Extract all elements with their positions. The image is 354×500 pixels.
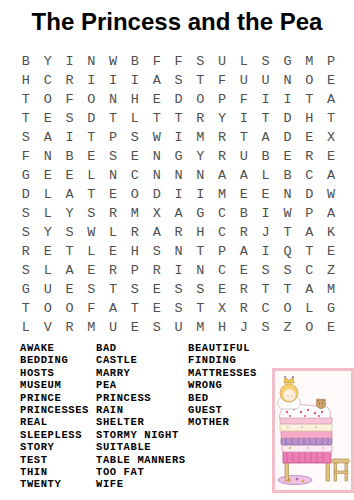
grid-cell-r5c4: T (80, 128, 102, 147)
word-list-item: STORY (20, 441, 96, 453)
rug-flower (302, 480, 305, 483)
blanket-flower (314, 412, 316, 414)
grid-cell-r11c15: E (320, 242, 342, 261)
grid-cell-r14c2: O (37, 299, 59, 318)
word-list-item: STORMY NIGHT (96, 429, 188, 441)
grid-cell-r15c10: H (211, 318, 233, 337)
grid-cell-r7c6: C (124, 166, 146, 185)
grid-cell-r13c1: G (15, 280, 37, 299)
grid-cell-r6c11: U (233, 147, 255, 166)
grid-cell-r12c2: L (37, 261, 59, 280)
grid-cell-r5c9: M (189, 128, 211, 147)
word-list-item: WIFE (96, 478, 188, 490)
grid-cell-r15c3: R (59, 318, 81, 337)
grid-cell-r10c7: A (146, 223, 168, 242)
grid-cell-r3c15: A (320, 90, 342, 109)
grid-cell-r10c1: S (15, 223, 37, 242)
stool-top (332, 459, 349, 463)
blanket-flower (321, 411, 323, 413)
grid-cell-r8c8: I (168, 185, 190, 204)
grid-cell-r5c12: A (255, 128, 277, 147)
word-list-item: MARRY (96, 367, 188, 379)
word-list-item: RAIN (96, 404, 188, 416)
grid-cell-r3c7: E (146, 90, 168, 109)
grid-cell-r10c3: S (59, 223, 81, 242)
grid-cell-r13c3: E (59, 280, 81, 299)
mattress-dot (322, 447, 324, 449)
grid-cell-r14c9: T (189, 299, 211, 318)
grid-cell-r8c10: M (211, 185, 233, 204)
grid-cell-r8c14: D (298, 185, 320, 204)
grid-cell-r7c5: N (102, 166, 124, 185)
word-list-item: BAD (96, 342, 188, 354)
grid-cell-r15c6: E (124, 318, 146, 337)
word-list-item: MUSEUM (20, 379, 96, 391)
grid-cell-r4c5: T (102, 109, 124, 128)
stool-step (335, 471, 349, 474)
grid-cell-r9c4: S (80, 204, 102, 223)
grid-cell-r9c5: R (102, 204, 124, 223)
grid-cell-r9c6: M (124, 204, 146, 223)
grid-cell-r11c5: E (102, 242, 124, 261)
grid-cell-r8c6: O (124, 185, 146, 204)
grid-cell-r13c4: S (80, 280, 102, 299)
crown-jewel (284, 376, 286, 378)
grid-cell-r13c9: S (189, 280, 211, 299)
grid-cell-r13c7: E (146, 280, 168, 299)
word-list-item: PRINCESSES (20, 404, 96, 416)
grid-cell-r14c14: L (298, 299, 320, 318)
grid-cell-r10c4: W (80, 223, 102, 242)
grid-cell-r7c9: N (189, 166, 211, 185)
rug-flower (296, 478, 299, 481)
grid-cell-r7c2: E (37, 166, 59, 185)
grid-cell-r2c12: U (255, 71, 277, 90)
teddy-eye (322, 403, 323, 404)
grid-cell-r13c6: S (124, 280, 146, 299)
grid-cell-r1c15: P (320, 52, 342, 71)
grid-cell-r2c8: S (168, 71, 190, 90)
grid-cell-r13c2: U (37, 280, 59, 299)
grid-cell-r7c10: A (211, 166, 233, 185)
grid-cell-r7c11: A (233, 166, 255, 185)
crown-jewel (292, 376, 294, 378)
grid-cell-r10c14: A (298, 223, 320, 242)
grid-cell-r2c9: T (189, 71, 211, 90)
grid-cell-r3c10: P (211, 90, 233, 109)
grid-cell-r10c11: R (233, 223, 255, 242)
grid-cell-r14c15: G (320, 299, 342, 318)
grid-cell-r11c13: Q (277, 242, 299, 261)
grid-cell-r5c2: A (37, 128, 59, 147)
grid-cell-r9c11: B (233, 204, 255, 223)
grid-cell-r2c5: I (102, 71, 124, 90)
grid-cell-r12c4: E (80, 261, 102, 280)
grid-cell-r4c9: R (189, 109, 211, 128)
grid-cell-r2c3: R (59, 71, 81, 90)
grid-cell-r5c7: W (146, 128, 168, 147)
teddy-eye (319, 403, 320, 404)
grid-cell-r15c4: M (80, 318, 102, 337)
word-list-item: AWAKE (20, 342, 96, 354)
grid-cell-r8c11: E (233, 185, 255, 204)
grid-cell-r14c10: X (211, 299, 233, 318)
grid-cell-r5c6: S (124, 128, 146, 147)
teddy-head (317, 400, 326, 409)
blanket-flower (318, 415, 320, 417)
grid-cell-r9c1: S (15, 204, 37, 223)
grid-cell-r11c3: T (59, 242, 81, 261)
grid-cell-r12c14: C (298, 261, 320, 280)
grid-cell-r13c5: T (102, 280, 124, 299)
word-list-item: SHELTER (96, 416, 188, 428)
word-list-item: PRINCE (20, 392, 96, 404)
grid-cell-r13c12: T (255, 280, 277, 299)
grid-cell-r15c15: E (320, 318, 342, 337)
grid-cell-r10c2: Y (37, 223, 59, 242)
grid-cell-r2c15: E (320, 71, 342, 90)
word-list-item: MATTRESSES (188, 367, 257, 379)
puzzle-title: The Princess and the Pea (0, 8, 354, 36)
grid-cell-r14c11: R (233, 299, 255, 318)
grid-cell-r2c10: F (211, 71, 233, 90)
grid-cell-r5c14: E (298, 128, 320, 147)
grid-cell-r8c2: L (37, 185, 59, 204)
grid-cell-r14c5: A (102, 299, 124, 318)
grid-cell-r12c7: R (146, 261, 168, 280)
blanket-flower (304, 415, 306, 417)
grid-cell-r11c8: N (168, 242, 190, 261)
grid-cell-r9c10: C (211, 204, 233, 223)
bed-leg (285, 461, 289, 481)
grid-cell-r14c8: S (168, 299, 190, 318)
grid-cell-r15c13: Z (277, 318, 299, 337)
grid-cell-r12c6: P (124, 261, 146, 280)
grid-cell-r1c4: N (80, 52, 102, 71)
grid-cell-r12c13: S (277, 261, 299, 280)
grid-cell-r11c9: T (189, 242, 211, 261)
worksheet-page: The Princess and the Pea BYINWBFFSULSGMP… (0, 0, 354, 500)
word-list-item: SUITABLE (96, 441, 188, 453)
grid-cell-r9c15: A (320, 204, 342, 223)
grid-cell-r10c6: R (124, 223, 146, 242)
grid-cell-r4c10: Y (211, 109, 233, 128)
bed-leg (326, 461, 330, 481)
blanket-flower (300, 411, 302, 413)
grid-cell-r15c9: M (189, 318, 211, 337)
grid-cell-r8c12: E (255, 185, 277, 204)
grid-cell-r6c3: B (59, 147, 81, 166)
grid-cell-r11c4: L (80, 242, 102, 261)
mattress-valance (283, 451, 331, 463)
grid-cell-r7c4: L (80, 166, 102, 185)
grid-cell-r1c8: F (168, 52, 190, 71)
grid-cell-r11c11: A (233, 242, 255, 261)
word-list-item: BEDDING (20, 354, 96, 366)
word-list-item: THIN (20, 466, 96, 478)
grid-cell-r2c2: C (37, 71, 59, 90)
grid-cell-r14c13: O (277, 299, 299, 318)
grid-cell-r8c1: D (15, 185, 37, 204)
grid-cell-r6c9: Y (189, 147, 211, 166)
grid-cell-r13c11: R (233, 280, 255, 299)
grid-cell-r11c12: I (255, 242, 277, 261)
rug-shape (278, 476, 312, 485)
grid-cell-r5c11: T (233, 128, 255, 147)
grid-cell-r10c15: K (320, 223, 342, 242)
grid-cell-r15c11: J (233, 318, 255, 337)
grid-cell-r1c12: S (255, 52, 277, 71)
grid-cell-r3c5: N (102, 90, 124, 109)
word-search-grid: BYINWBFFSULSGMPHCRIIIASTFUUNOETOFONHEDOP… (15, 52, 342, 337)
grid-cell-r11c7: S (146, 242, 168, 261)
grid-cell-r3c12: I (255, 90, 277, 109)
word-list-item: TEST (20, 454, 96, 466)
blanket-flower (289, 415, 291, 417)
grid-cell-r8c9: I (189, 185, 211, 204)
grid-cell-r6c7: N (146, 147, 168, 166)
grid-cell-r1c2: Y (37, 52, 59, 71)
grid-cell-r2c7: A (146, 71, 168, 90)
grid-cell-r10c5: L (102, 223, 124, 242)
mattress-dot (287, 426, 289, 428)
grid-cell-r3c6: H (124, 90, 146, 109)
grid-cell-r11c6: H (124, 242, 146, 261)
grid-cell-r7c8: N (168, 166, 190, 185)
grid-cell-r6c5: S (102, 147, 124, 166)
grid-cell-r8c15: W (320, 185, 342, 204)
grid-cell-r6c15: E (320, 147, 342, 166)
mattress-dot (315, 426, 317, 428)
grid-cell-r13c10: E (211, 280, 233, 299)
grid-cell-r15c7: S (146, 318, 168, 337)
grid-cell-r14c12: C (255, 299, 277, 318)
grid-cell-r7c7: N (146, 166, 168, 185)
grid-cell-r15c12: S (255, 318, 277, 337)
grid-cell-r2c11: U (233, 71, 255, 90)
grid-cell-r11c14: T (298, 242, 320, 261)
grid-cell-r5c15: X (320, 128, 342, 147)
grid-cell-r12c9: N (189, 261, 211, 280)
grid-cell-r15c14: O (298, 318, 320, 337)
grid-cell-r3c1: T (15, 90, 37, 109)
grid-cell-r4c4: D (80, 109, 102, 128)
grid-cell-r6c8: G (168, 147, 190, 166)
grid-cell-r12c10: C (211, 261, 233, 280)
grid-cell-r4c3: S (59, 109, 81, 128)
grid-cell-r9c13: W (277, 204, 299, 223)
grid-cell-r12c5: R (102, 261, 124, 280)
grid-cell-r14c3: O (59, 299, 81, 318)
grid-cell-r2c1: H (15, 71, 37, 90)
grid-cell-r9c14: P (298, 204, 320, 223)
grid-cell-r13c8: S (168, 280, 190, 299)
grid-cell-r4c11: I (233, 109, 255, 128)
grid-cell-r15c8: U (168, 318, 190, 337)
grid-cell-r14c6: T (124, 299, 146, 318)
grid-cell-r5c8: I (168, 128, 190, 147)
grid-cell-r9c7: X (146, 204, 168, 223)
grid-cell-r9c3: Y (59, 204, 81, 223)
grid-cell-r6c12: B (255, 147, 277, 166)
grid-cell-r15c1: L (15, 318, 37, 337)
grid-cell-r7c3: E (59, 166, 81, 185)
word-list-item: SLEEPLESS (20, 429, 96, 441)
grid-cell-r3c2: O (37, 90, 59, 109)
grid-cell-r15c5: U (102, 318, 124, 337)
grid-cell-r12c1: S (15, 261, 37, 280)
word-list-column-1: AWAKEBEDDINGHOSTSMUSEUMPRINCEPRINCESSESR… (20, 342, 96, 491)
grid-cell-r4c15: T (320, 109, 342, 128)
grid-cell-r7c13: B (277, 166, 299, 185)
grid-cell-r9c12: I (255, 204, 277, 223)
grid-cell-r3c8: D (168, 90, 190, 109)
grid-cell-r12c8: I (168, 261, 190, 280)
word-list-item: PEA (96, 379, 188, 391)
grid-cell-r12c11: E (233, 261, 255, 280)
grid-cell-r4c1: T (15, 109, 37, 128)
grid-cell-r5c1: S (15, 128, 37, 147)
grid-cell-r12c15: Z (320, 261, 342, 280)
grid-cell-r10c12: J (255, 223, 277, 242)
grid-cell-r8c5: E (102, 185, 124, 204)
grid-cell-r2c4: I (80, 71, 102, 90)
grid-cell-r6c2: N (37, 147, 59, 166)
grid-cell-r3c3: F (59, 90, 81, 109)
grid-cell-r10c13: T (277, 223, 299, 242)
grid-cell-r14c7: E (146, 299, 168, 318)
grid-cell-r7c15: A (320, 166, 342, 185)
grid-cell-r14c1: T (15, 299, 37, 318)
princess-pea-drawing (275, 371, 351, 490)
grid-cell-r9c9: G (189, 204, 211, 223)
blanket-flower (307, 409, 309, 411)
word-list-item: WRONG (188, 379, 257, 391)
grid-cell-r4c2: E (37, 109, 59, 128)
word-list-item: TABLE MANNERS (96, 454, 188, 466)
grid-cell-r12c12: S (255, 261, 277, 280)
grid-cell-r1c10: U (211, 52, 233, 71)
word-list-item: TWENTY (20, 478, 96, 490)
grid-cell-r4c8: T (168, 109, 190, 128)
blanket-flower (286, 411, 288, 413)
grid-cell-r6c6: E (124, 147, 146, 166)
grid-cell-r1c7: F (146, 52, 168, 71)
grid-cell-r7c14: C (298, 166, 320, 185)
grid-cell-r1c6: B (124, 52, 146, 71)
grid-cell-r4c6: L (124, 109, 146, 128)
grid-cell-r4c14: H (298, 109, 320, 128)
grid-cell-r3c4: O (80, 90, 102, 109)
word-list-item: TOO FAT (96, 466, 188, 478)
grid-cell-r7c12: L (255, 166, 277, 185)
grid-cell-r9c8: A (168, 204, 190, 223)
word-list-item: BEAUTIFUL (188, 342, 257, 354)
grid-cell-r1c1: B (15, 52, 37, 71)
princess-pea-illustration (272, 368, 354, 493)
grid-cell-r13c14: A (298, 280, 320, 299)
grid-cell-r10c8: R (168, 223, 190, 242)
grid-cell-r3c9: O (189, 90, 211, 109)
grid-cell-r14c4: F (80, 299, 102, 318)
word-list: AWAKEBEDDINGHOSTSMUSEUMPRINCEPRINCESSESR… (20, 342, 257, 491)
grid-cell-r10c9: H (189, 223, 211, 242)
grid-cell-r13c13: T (277, 280, 299, 299)
grid-cell-r4c7: T (146, 109, 168, 128)
grid-cell-r3c14: T (298, 90, 320, 109)
grid-cell-r11c10: P (211, 242, 233, 261)
grid-cell-r5c13: D (277, 128, 299, 147)
grid-cell-r8c7: D (146, 185, 168, 204)
word-list-item: MOTHER (188, 416, 257, 428)
word-list-item: BED (188, 392, 257, 404)
word-list-item: FINDING (188, 354, 257, 366)
grid-cell-r1c14: M (298, 52, 320, 71)
word-list-item: REAL (20, 416, 96, 428)
crown (284, 378, 294, 384)
grid-cell-r11c1: R (15, 242, 37, 261)
grid-cell-r11c2: E (37, 242, 59, 261)
grid-cell-r4c13: D (277, 109, 299, 128)
word-list-item: HOSTS (20, 367, 96, 379)
grid-cell-r3c11: F (233, 90, 255, 109)
grid-cell-r1c5: W (102, 52, 124, 71)
grid-cell-r2c13: N (277, 71, 299, 90)
grid-cell-r2c14: O (298, 71, 320, 90)
grid-cell-r8c4: T (80, 185, 102, 204)
grid-cell-r5c3: I (59, 128, 81, 147)
grid-cell-r8c3: A (59, 185, 81, 204)
grid-cell-r9c2: L (37, 204, 59, 223)
mattress-dot (289, 447, 291, 449)
grid-cell-r5c5: P (102, 128, 124, 147)
word-list-item: GUEST (188, 404, 257, 416)
word-list-item: PRINCESS (96, 392, 188, 404)
grid-cell-r2c6: I (124, 71, 146, 90)
mattress-dot (307, 447, 309, 449)
grid-cell-r1c13: G (277, 52, 299, 71)
grid-cell-r10c10: C (211, 223, 233, 242)
grid-cell-r7c1: G (15, 166, 37, 185)
princess-face (284, 389, 296, 401)
grid-cell-r1c3: I (59, 52, 81, 71)
grid-cell-r12c3: A (59, 261, 81, 280)
grid-cell-r6c4: E (80, 147, 102, 166)
grid-cell-r6c1: F (15, 147, 37, 166)
grid-cell-r8c13: N (277, 185, 299, 204)
grid-cell-r15c2: V (37, 318, 59, 337)
grid-cell-r1c11: L (233, 52, 255, 71)
grid-cell-r6c14: R (298, 147, 320, 166)
grid-cell-r5c10: R (211, 128, 233, 147)
grid-cell-r13c15: M (320, 280, 342, 299)
grid-cell-r4c12: T (255, 109, 277, 128)
word-list-column-3: BEAUTIFULFINDINGMATTRESSESWRONGBEDGUESTM… (188, 342, 257, 491)
grid-cell-r6c13: E (277, 147, 299, 166)
mattress-dot (301, 426, 303, 428)
word-list-item: CASTLE (96, 354, 188, 366)
grid-cell-r1c9: S (189, 52, 211, 71)
grid-cell-r3c13: I (277, 90, 299, 109)
grid-cell-r6c10: R (211, 147, 233, 166)
word-list-column-2: BADCASTLEMARRYPEAPRINCESSRAINSHELTERSTOR… (96, 342, 188, 491)
